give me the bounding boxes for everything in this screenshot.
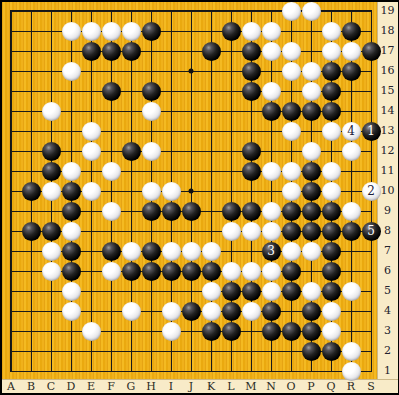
intersection-O9[interactable] [281,201,301,221]
intersection-F12[interactable] [101,141,121,161]
intersection-K19[interactable] [201,1,221,21]
intersection-G17[interactable] [121,41,141,61]
intersection-D4[interactable] [61,301,81,321]
intersection-J6[interactable] [181,261,201,281]
intersection-I4[interactable] [161,301,181,321]
intersection-C7[interactable] [41,241,61,261]
intersection-Q13[interactable] [321,121,341,141]
intersection-F18[interactable] [101,21,121,41]
intersection-H13[interactable] [141,121,161,141]
intersection-C19[interactable] [41,1,61,21]
intersection-Q18[interactable] [321,21,341,41]
intersection-I11[interactable] [161,161,181,181]
intersection-E14[interactable] [81,101,101,121]
intersection-B15[interactable] [21,81,41,101]
intersection-A5[interactable] [1,281,21,301]
intersection-L6[interactable] [221,261,241,281]
intersection-A3[interactable] [1,321,21,341]
intersection-E2[interactable] [81,341,101,361]
intersection-G13[interactable] [121,121,141,141]
intersection-C17[interactable] [41,41,61,61]
intersection-R14[interactable] [341,101,361,121]
intersection-D17[interactable] [61,41,81,61]
intersection-M17[interactable] [241,41,261,61]
intersection-C18[interactable] [41,21,61,41]
intersection-E1[interactable] [81,361,101,381]
intersection-A10[interactable] [1,181,21,201]
intersection-R16[interactable] [341,61,361,81]
intersection-M13[interactable] [241,121,261,141]
intersection-F16[interactable] [101,61,121,81]
intersection-A16[interactable] [1,61,21,81]
intersection-H3[interactable] [141,321,161,341]
intersection-R13[interactable]: 4 [341,121,361,141]
intersection-C1[interactable] [41,361,61,381]
intersection-J1[interactable] [181,361,201,381]
intersection-Q15[interactable] [321,81,341,101]
intersection-C3[interactable] [41,321,61,341]
intersection-B7[interactable] [21,241,41,261]
intersection-N17[interactable] [261,41,281,61]
intersection-G3[interactable] [121,321,141,341]
intersection-P5[interactable] [301,281,321,301]
intersection-K3[interactable] [201,321,221,341]
intersection-D16[interactable] [61,61,81,81]
intersection-G2[interactable] [121,341,141,361]
intersection-D3[interactable] [61,321,81,341]
intersection-E4[interactable] [81,301,101,321]
intersection-B3[interactable] [21,321,41,341]
intersection-F15[interactable] [101,81,121,101]
intersection-G16[interactable] [121,61,141,81]
intersection-F3[interactable] [101,321,121,341]
intersection-G8[interactable] [121,221,141,241]
intersection-M9[interactable] [241,201,261,221]
intersection-M7[interactable] [241,241,261,261]
intersection-P13[interactable] [301,121,321,141]
intersection-M11[interactable] [241,161,261,181]
intersection-C4[interactable] [41,301,61,321]
intersection-Q9[interactable] [321,201,341,221]
intersection-P19[interactable] [301,1,321,21]
intersection-I1[interactable] [161,361,181,381]
intersection-O17[interactable] [281,41,301,61]
intersection-H6[interactable] [141,261,161,281]
intersection-C11[interactable] [41,161,61,181]
intersection-C5[interactable] [41,281,61,301]
intersection-M16[interactable] [241,61,261,81]
intersection-J3[interactable] [181,321,201,341]
intersection-N14[interactable] [261,101,281,121]
intersection-M6[interactable] [241,261,261,281]
intersection-P3[interactable] [301,321,321,341]
intersection-I8[interactable] [161,221,181,241]
intersection-B10[interactable] [21,181,41,201]
intersection-L1[interactable] [221,361,241,381]
intersection-O11[interactable] [281,161,301,181]
intersection-O12[interactable] [281,141,301,161]
intersection-O2[interactable] [281,341,301,361]
intersection-H11[interactable] [141,161,161,181]
intersection-J18[interactable] [181,21,201,41]
intersection-A19[interactable] [1,1,21,21]
intersection-N18[interactable] [261,21,281,41]
intersection-F13[interactable] [101,121,121,141]
intersection-E19[interactable] [81,1,101,21]
intersection-O19[interactable] [281,1,301,21]
intersection-D13[interactable] [61,121,81,141]
intersection-R1[interactable] [341,361,361,381]
intersection-B6[interactable] [21,261,41,281]
intersection-Q8[interactable] [321,221,341,241]
intersection-N10[interactable] [261,181,281,201]
intersection-Q11[interactable] [321,161,341,181]
intersection-R11[interactable] [341,161,361,181]
intersection-R8[interactable] [341,221,361,241]
intersection-M8[interactable] [241,221,261,241]
intersection-N19[interactable] [261,1,281,21]
intersection-L18[interactable] [221,21,241,41]
intersection-L2[interactable] [221,341,241,361]
intersection-P7[interactable] [301,241,321,261]
intersection-F7[interactable] [101,241,121,261]
intersection-E10[interactable] [81,181,101,201]
intersection-I6[interactable] [161,261,181,281]
intersection-N5[interactable] [261,281,281,301]
intersection-Q3[interactable] [321,321,341,341]
intersection-N12[interactable] [261,141,281,161]
intersection-R18[interactable] [341,21,361,41]
intersection-A17[interactable] [1,41,21,61]
intersection-E17[interactable] [81,41,101,61]
intersection-Q1[interactable] [321,361,341,381]
intersection-B11[interactable] [21,161,41,181]
intersection-K14[interactable] [201,101,221,121]
intersection-O1[interactable] [281,361,301,381]
intersection-N3[interactable] [261,321,281,341]
intersection-H4[interactable] [141,301,161,321]
intersection-K7[interactable] [201,241,221,261]
intersection-D19[interactable] [61,1,81,21]
intersection-E3[interactable] [81,321,101,341]
intersection-J5[interactable] [181,281,201,301]
intersection-K2[interactable] [201,341,221,361]
intersection-L11[interactable] [221,161,241,181]
intersection-C2[interactable] [41,341,61,361]
intersection-A11[interactable] [1,161,21,181]
intersection-B16[interactable] [21,61,41,81]
intersection-P1[interactable] [301,361,321,381]
intersection-K17[interactable] [201,41,221,61]
intersection-R10[interactable] [341,181,361,201]
intersection-G6[interactable] [121,261,141,281]
intersection-P15[interactable] [301,81,321,101]
intersection-L19[interactable] [221,1,241,21]
intersection-I2[interactable] [161,341,181,361]
intersection-O4[interactable] [281,301,301,321]
intersection-Q6[interactable] [321,261,341,281]
intersection-F9[interactable] [101,201,121,221]
intersection-R2[interactable] [341,341,361,361]
intersection-D14[interactable] [61,101,81,121]
intersection-M2[interactable] [241,341,261,361]
intersection-E8[interactable] [81,221,101,241]
intersection-I12[interactable] [161,141,181,161]
intersection-B12[interactable] [21,141,41,161]
intersection-P6[interactable] [301,261,321,281]
intersection-E6[interactable] [81,261,101,281]
intersection-L17[interactable] [221,41,241,61]
intersection-J8[interactable] [181,221,201,241]
intersection-F10[interactable] [101,181,121,201]
intersection-P12[interactable] [301,141,321,161]
intersection-K4[interactable] [201,301,221,321]
intersection-A14[interactable] [1,101,21,121]
intersection-F17[interactable] [101,41,121,61]
intersection-A15[interactable] [1,81,21,101]
intersection-J15[interactable] [181,81,201,101]
intersection-L10[interactable] [221,181,241,201]
intersection-J2[interactable] [181,341,201,361]
intersection-C6[interactable] [41,261,61,281]
intersection-B17[interactable] [21,41,41,61]
intersection-M4[interactable] [241,301,261,321]
intersection-G19[interactable] [121,1,141,21]
intersection-J10[interactable] [181,181,201,201]
intersection-H17[interactable] [141,41,161,61]
intersection-D7[interactable] [61,241,81,261]
intersection-N6[interactable] [261,261,281,281]
intersection-K16[interactable] [201,61,221,81]
intersection-J9[interactable] [181,201,201,221]
intersection-Q10[interactable] [321,181,341,201]
intersection-J16[interactable] [181,61,201,81]
intersection-L16[interactable] [221,61,241,81]
intersection-O16[interactable] [281,61,301,81]
intersection-K15[interactable] [201,81,221,101]
intersection-M3[interactable] [241,321,261,341]
intersection-H10[interactable] [141,181,161,201]
intersection-R9[interactable] [341,201,361,221]
intersection-M19[interactable] [241,1,261,21]
intersection-D12[interactable] [61,141,81,161]
intersection-J13[interactable] [181,121,201,141]
intersection-M12[interactable] [241,141,261,161]
intersection-H2[interactable] [141,341,161,361]
intersection-B9[interactable] [21,201,41,221]
intersection-Q2[interactable] [321,341,341,361]
intersection-R12[interactable] [341,141,361,161]
intersection-F6[interactable] [101,261,121,281]
intersection-P18[interactable] [301,21,321,41]
intersection-Q19[interactable] [321,1,341,21]
intersection-M1[interactable] [241,361,261,381]
intersection-A13[interactable] [1,121,21,141]
intersection-I17[interactable] [161,41,181,61]
intersection-I16[interactable] [161,61,181,81]
intersection-L5[interactable] [221,281,241,301]
intersection-P2[interactable] [301,341,321,361]
intersection-E12[interactable] [81,141,101,161]
intersection-C15[interactable] [41,81,61,101]
intersection-N2[interactable] [261,341,281,361]
intersection-C12[interactable] [41,141,61,161]
intersection-I14[interactable] [161,101,181,121]
intersection-N9[interactable] [261,201,281,221]
intersection-D15[interactable] [61,81,81,101]
intersection-H1[interactable] [141,361,161,381]
intersection-Q4[interactable] [321,301,341,321]
intersection-N8[interactable] [261,221,281,241]
intersection-A1[interactable] [1,361,21,381]
intersection-E15[interactable] [81,81,101,101]
intersection-M15[interactable] [241,81,261,101]
intersection-A9[interactable] [1,201,21,221]
intersection-O10[interactable] [281,181,301,201]
intersection-E11[interactable] [81,161,101,181]
intersection-E13[interactable] [81,121,101,141]
intersection-P14[interactable] [301,101,321,121]
intersection-M14[interactable] [241,101,261,121]
intersection-A12[interactable] [1,141,21,161]
intersection-G11[interactable] [121,161,141,181]
intersection-R19[interactable] [341,1,361,21]
intersection-B5[interactable] [21,281,41,301]
intersection-L3[interactable] [221,321,241,341]
intersection-E5[interactable] [81,281,101,301]
intersection-D18[interactable] [61,21,81,41]
intersection-C9[interactable] [41,201,61,221]
intersection-D9[interactable] [61,201,81,221]
intersection-D1[interactable] [61,361,81,381]
intersection-N1[interactable] [261,361,281,381]
intersection-N16[interactable] [261,61,281,81]
intersection-N11[interactable] [261,161,281,181]
intersection-I7[interactable] [161,241,181,261]
intersection-Q7[interactable] [321,241,341,261]
intersection-B4[interactable] [21,301,41,321]
intersection-B8[interactable] [21,221,41,241]
intersection-C10[interactable] [41,181,61,201]
intersection-J14[interactable] [181,101,201,121]
intersection-L7[interactable] [221,241,241,261]
intersection-G18[interactable] [121,21,141,41]
intersection-B19[interactable] [21,1,41,21]
intersection-D6[interactable] [61,261,81,281]
intersection-A7[interactable] [1,241,21,261]
intersection-R15[interactable] [341,81,361,101]
intersection-M18[interactable] [241,21,261,41]
intersection-H18[interactable] [141,21,161,41]
intersection-H5[interactable] [141,281,161,301]
intersection-C13[interactable] [41,121,61,141]
intersection-H8[interactable] [141,221,161,241]
intersection-B1[interactable] [21,361,41,381]
intersection-I3[interactable] [161,321,181,341]
intersection-L12[interactable] [221,141,241,161]
intersection-P16[interactable] [301,61,321,81]
intersection-P9[interactable] [301,201,321,221]
intersection-N13[interactable] [261,121,281,141]
intersection-K10[interactable] [201,181,221,201]
intersection-B14[interactable] [21,101,41,121]
intersection-L4[interactable] [221,301,241,321]
intersection-E18[interactable] [81,21,101,41]
intersection-E7[interactable] [81,241,101,261]
intersection-I18[interactable] [161,21,181,41]
intersection-D10[interactable] [61,181,81,201]
intersection-N7[interactable]: 3 [261,241,281,261]
intersection-O13[interactable] [281,121,301,141]
intersection-H9[interactable] [141,201,161,221]
intersection-F14[interactable] [101,101,121,121]
intersection-D5[interactable] [61,281,81,301]
intersection-R17[interactable] [341,41,361,61]
intersection-G7[interactable] [121,241,141,261]
intersection-L8[interactable] [221,221,241,241]
intersection-O15[interactable] [281,81,301,101]
intersection-Q16[interactable] [321,61,341,81]
intersection-H15[interactable] [141,81,161,101]
intersection-F4[interactable] [101,301,121,321]
intersection-J4[interactable] [181,301,201,321]
intersection-I5[interactable] [161,281,181,301]
intersection-Q5[interactable] [321,281,341,301]
intersection-D8[interactable] [61,221,81,241]
intersection-G1[interactable] [121,361,141,381]
intersection-G12[interactable] [121,141,141,161]
intersection-F8[interactable] [101,221,121,241]
intersection-E16[interactable] [81,61,101,81]
intersection-B18[interactable] [21,21,41,41]
intersection-P4[interactable] [301,301,321,321]
intersection-L13[interactable] [221,121,241,141]
intersection-F2[interactable] [101,341,121,361]
intersection-F5[interactable] [101,281,121,301]
intersection-J12[interactable] [181,141,201,161]
intersection-I19[interactable] [161,1,181,21]
intersection-A2[interactable] [1,341,21,361]
intersection-R3[interactable] [341,321,361,341]
intersection-G10[interactable] [121,181,141,201]
intersection-O14[interactable] [281,101,301,121]
intersection-H7[interactable] [141,241,161,261]
intersection-I10[interactable] [161,181,181,201]
intersection-C8[interactable] [41,221,61,241]
intersection-Q12[interactable] [321,141,341,161]
intersection-R4[interactable] [341,301,361,321]
intersection-K1[interactable] [201,361,221,381]
intersection-B13[interactable] [21,121,41,141]
intersection-G5[interactable] [121,281,141,301]
intersection-J11[interactable] [181,161,201,181]
intersection-F1[interactable] [101,361,121,381]
intersection-F19[interactable] [101,1,121,21]
intersection-A4[interactable] [1,301,21,321]
intersection-J19[interactable] [181,1,201,21]
intersection-A18[interactable] [1,21,21,41]
intersection-I13[interactable] [161,121,181,141]
intersection-L15[interactable] [221,81,241,101]
intersection-K6[interactable] [201,261,221,281]
intersection-P8[interactable] [301,221,321,241]
intersection-Q17[interactable] [321,41,341,61]
intersection-P10[interactable] [301,181,321,201]
intersection-O18[interactable] [281,21,301,41]
intersection-B2[interactable] [21,341,41,361]
intersection-O7[interactable] [281,241,301,261]
intersection-O5[interactable] [281,281,301,301]
